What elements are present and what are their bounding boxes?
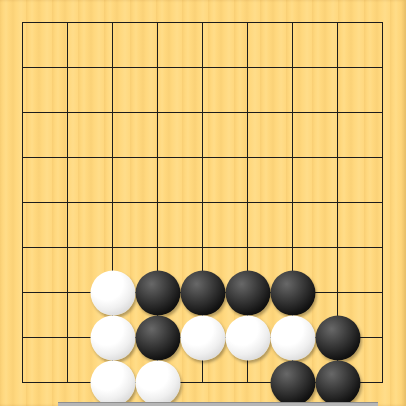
black-stone bbox=[270, 270, 315, 315]
white-stone bbox=[270, 315, 315, 360]
white-stone bbox=[90, 315, 135, 360]
white-stone bbox=[90, 360, 135, 405]
black-stone bbox=[135, 315, 180, 360]
black-stone bbox=[225, 270, 270, 315]
board-bottom-shadow bbox=[58, 402, 378, 406]
white-stone bbox=[90, 270, 135, 315]
black-stone bbox=[315, 360, 360, 405]
go-board[interactable] bbox=[0, 0, 406, 406]
black-stone bbox=[270, 360, 315, 405]
black-stone bbox=[135, 270, 180, 315]
white-stone bbox=[135, 360, 180, 405]
white-stone bbox=[180, 315, 225, 360]
black-stone bbox=[180, 270, 225, 315]
black-stone bbox=[315, 315, 360, 360]
white-stone bbox=[225, 315, 270, 360]
